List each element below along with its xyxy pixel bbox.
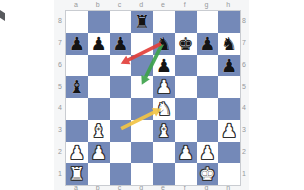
square-e1[interactable] [153, 163, 175, 185]
piece-black-knight-h7[interactable]: ♞ [221, 33, 237, 55]
piece-black-pawn-b7[interactable]: ♟ [91, 33, 107, 55]
square-d6[interactable] [131, 55, 153, 77]
rank-label-8: 8 [54, 10, 63, 32]
rank-label-4: 4 [54, 97, 63, 119]
square-h2[interactable] [218, 142, 240, 164]
rank-label-6: 6 [241, 54, 250, 76]
square-e3[interactable]: ♝ [153, 120, 175, 142]
square-h5[interactable] [218, 76, 240, 98]
square-a2[interactable]: ♟ [66, 142, 88, 164]
rank-label-5: 5 [241, 75, 250, 97]
square-g2[interactable]: ♟ [197, 142, 219, 164]
square-d7[interactable] [131, 33, 153, 55]
rank-labels-left: 87654321 [54, 10, 63, 184]
square-b7[interactable]: ♟ [88, 33, 110, 55]
piece-white-bishop-b3[interactable]: ♝ [91, 120, 107, 142]
square-a7[interactable]: ♟ [66, 33, 88, 55]
file-labels-top: abcdefgh [65, 1, 239, 9]
chess-board[interactable]: ♜♟♟♟♞♚♟♞♟♟♝♟♞♝♝♟♟♟♟♟♜♚ [65, 10, 241, 186]
square-c5[interactable] [110, 76, 132, 98]
square-d8[interactable]: ♜ [131, 11, 153, 33]
piece-black-king-f7[interactable]: ♚ [178, 33, 194, 55]
square-f5[interactable] [175, 76, 197, 98]
square-d3[interactable] [131, 120, 153, 142]
square-b8[interactable] [88, 11, 110, 33]
rank-label-2: 2 [54, 141, 63, 163]
piece-black-pawn-a7[interactable]: ♟ [69, 33, 85, 55]
square-d5[interactable] [131, 76, 153, 98]
square-b5[interactable] [88, 76, 110, 98]
square-g8[interactable] [197, 11, 219, 33]
square-c3[interactable] [110, 120, 132, 142]
file-label-c: c [109, 1, 131, 9]
square-g6[interactable] [197, 55, 219, 77]
square-d4[interactable] [131, 98, 153, 120]
square-d1[interactable] [131, 163, 153, 185]
square-c2[interactable] [110, 142, 132, 164]
square-f6[interactable] [175, 55, 197, 77]
square-a8[interactable] [66, 11, 88, 33]
file-label-g: g [196, 1, 218, 9]
rank-label-5: 5 [54, 75, 63, 97]
piece-white-king-g1[interactable]: ♚ [199, 163, 215, 185]
piece-white-pawn-e5[interactable]: ♟ [156, 76, 172, 98]
rank-label-7: 7 [241, 32, 250, 54]
square-h8[interactable] [218, 11, 240, 33]
piece-black-knight-e7[interactable]: ♞ [156, 33, 172, 55]
square-c7[interactable]: ♟ [110, 33, 132, 55]
piece-black-pawn-c7[interactable]: ♟ [112, 33, 128, 55]
square-a4[interactable] [66, 98, 88, 120]
square-e8[interactable] [153, 11, 175, 33]
square-f7[interactable]: ♚ [175, 33, 197, 55]
square-h3[interactable]: ♟ [218, 120, 240, 142]
file-label-d: d [130, 1, 152, 9]
square-a3[interactable] [66, 120, 88, 142]
chess-analysis-screenshot: abcdefgh abcdefgh 87654321 87654321 ♜♟♟♟… [0, 0, 304, 190]
square-a1[interactable]: ♜ [66, 163, 88, 185]
file-label-h: h [217, 1, 239, 9]
square-g3[interactable] [197, 120, 219, 142]
square-e6[interactable]: ♟ [153, 55, 175, 77]
square-e2[interactable] [153, 142, 175, 164]
rank-label-4: 4 [241, 97, 250, 119]
square-f3[interactable] [175, 120, 197, 142]
file-label-f: f [174, 1, 196, 9]
piece-white-rook-a1[interactable]: ♜ [69, 163, 85, 185]
square-h7[interactable]: ♞ [218, 33, 240, 55]
rank-label-7: 7 [54, 32, 63, 54]
square-c1[interactable] [110, 163, 132, 185]
piece-black-pawn-g7[interactable]: ♟ [199, 33, 215, 55]
square-e7[interactable]: ♞ [153, 33, 175, 55]
piece-white-pawn-h3[interactable]: ♟ [221, 120, 237, 142]
square-g1[interactable]: ♚ [197, 163, 219, 185]
rank-label-3: 3 [241, 119, 250, 141]
square-b3[interactable]: ♝ [88, 120, 110, 142]
square-e4[interactable]: ♞ [153, 98, 175, 120]
rank-label-2: 2 [241, 141, 250, 163]
square-c8[interactable] [110, 11, 132, 33]
rank-label-3: 3 [54, 119, 63, 141]
rank-label-8: 8 [241, 10, 250, 32]
file-label-e: e [152, 1, 174, 9]
piece-white-knight-e4[interactable]: ♞ [156, 98, 172, 120]
piece-black-bishop-a5[interactable]: ♝ [69, 76, 85, 98]
square-g7[interactable]: ♟ [197, 33, 219, 55]
square-b2[interactable]: ♟ [88, 142, 110, 164]
piece-white-pawn-f2[interactable]: ♟ [178, 142, 194, 164]
square-g5[interactable] [197, 76, 219, 98]
piece-black-rook-d8[interactable]: ♜ [134, 11, 150, 33]
square-h4[interactable] [218, 98, 240, 120]
square-d2[interactable] [131, 142, 153, 164]
square-f1[interactable] [175, 163, 197, 185]
rank-label-6: 6 [54, 54, 63, 76]
square-b1[interactable] [88, 163, 110, 185]
square-f2[interactable]: ♟ [175, 142, 197, 164]
square-c4[interactable] [110, 98, 132, 120]
rank-labels-right: 87654321 [241, 10, 250, 184]
square-b4[interactable] [88, 98, 110, 120]
square-f8[interactable] [175, 11, 197, 33]
square-h6[interactable]: ♟ [218, 55, 240, 77]
square-f4[interactable] [175, 98, 197, 120]
square-h1[interactable] [218, 163, 240, 185]
square-b6[interactable] [88, 55, 110, 77]
rank-label-1: 1 [241, 162, 250, 184]
square-a5[interactable]: ♝ [66, 76, 88, 98]
piece-white-pawn-a2[interactable]: ♟ [69, 142, 85, 164]
rank-label-1: 1 [54, 162, 63, 184]
file-label-a: a [65, 1, 87, 9]
piece-white-pawn-g2[interactable]: ♟ [199, 142, 215, 164]
square-e5[interactable]: ♟ [153, 76, 175, 98]
square-c6[interactable] [110, 55, 132, 77]
piece-white-pawn-b2[interactable]: ♟ [91, 142, 107, 164]
piece-black-pawn-e6[interactable]: ♟ [156, 55, 172, 77]
square-a6[interactable] [66, 55, 88, 77]
square-g4[interactable] [197, 98, 219, 120]
piece-black-pawn-h6[interactable]: ♟ [221, 55, 237, 77]
file-label-b: b [87, 1, 109, 9]
piece-white-bishop-e3[interactable]: ♝ [156, 120, 172, 142]
screen-edge-artifact [0, 10, 5, 21]
